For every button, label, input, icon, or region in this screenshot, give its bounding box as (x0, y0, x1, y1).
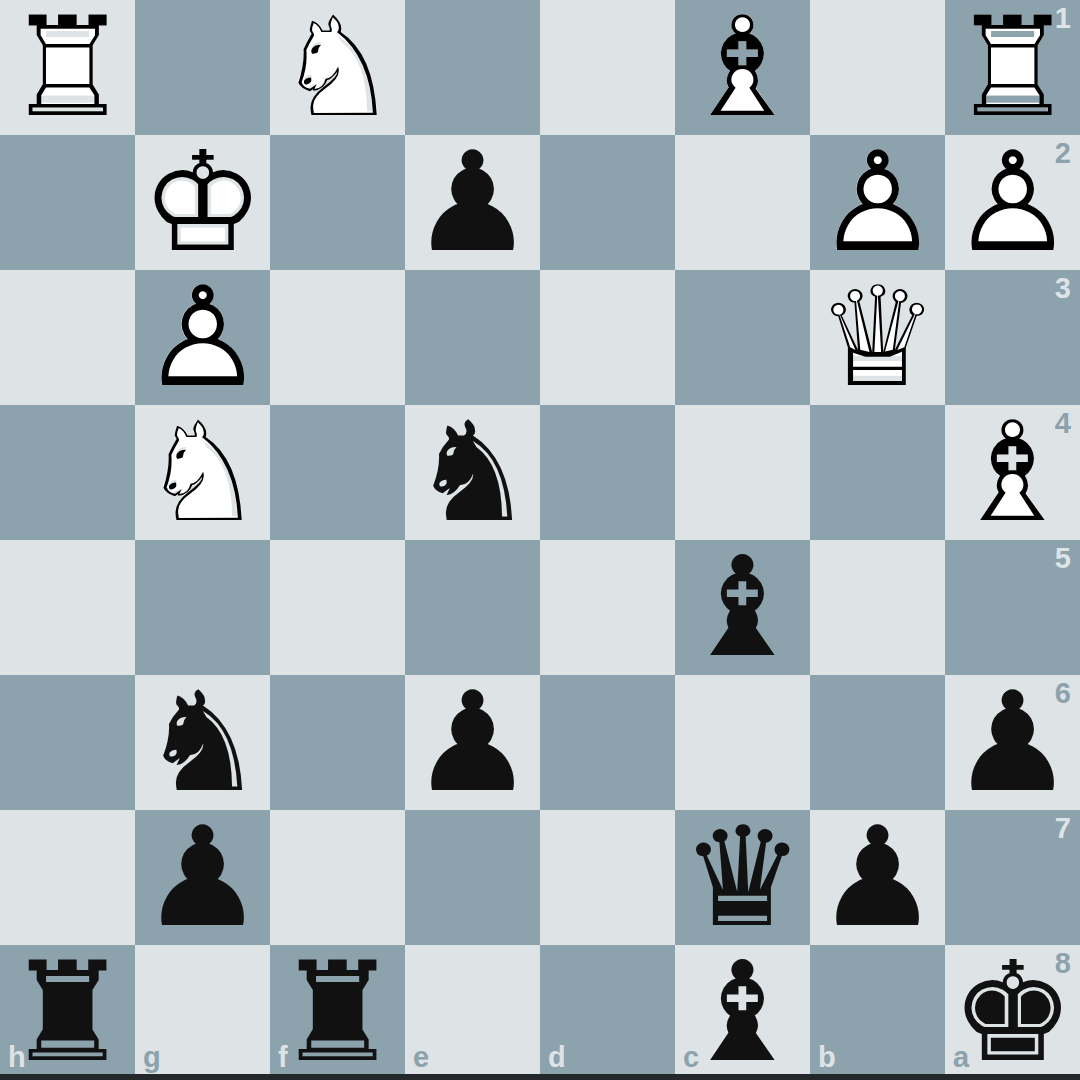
file-label-d: d (548, 1043, 566, 1072)
pawn-glyph-outline: ♙ (945, 135, 1080, 270)
square-d7[interactable] (540, 810, 675, 945)
square-a1[interactable]: ♜♖1 (945, 0, 1080, 135)
square-e8[interactable]: e (405, 945, 540, 1080)
piece-white-pawn-a2[interactable]: ♟♙ (945, 135, 1080, 270)
pawn-glyph: ♟ (405, 135, 540, 270)
square-f3[interactable] (270, 270, 405, 405)
square-b4[interactable] (810, 405, 945, 540)
pawn-glyph: ♟ (405, 675, 540, 810)
square-d5[interactable] (540, 540, 675, 675)
piece-black-queen-c7[interactable]: ♛ (675, 810, 810, 945)
square-e5[interactable] (405, 540, 540, 675)
square-g1[interactable] (135, 0, 270, 135)
square-h2[interactable] (0, 135, 135, 270)
knight-glyph-outline: ♘ (270, 0, 405, 135)
square-a8[interactable]: ♚a8 (945, 945, 1080, 1080)
square-b8[interactable]: b (810, 945, 945, 1080)
square-b1[interactable] (810, 0, 945, 135)
king-glyph-outline: ♔ (135, 135, 270, 270)
square-a2[interactable]: ♟♙2 (945, 135, 1080, 270)
square-a7[interactable]: 7 (945, 810, 1080, 945)
piece-black-pawn-g7[interactable]: ♟ (135, 810, 270, 945)
piece-black-knight-e4[interactable]: ♞ (405, 405, 540, 540)
square-g6[interactable]: ♞ (135, 675, 270, 810)
bishop-glyph: ♝ (675, 945, 810, 1080)
square-f7[interactable] (270, 810, 405, 945)
square-g2[interactable]: ♚♔ (135, 135, 270, 270)
piece-black-rook-h8[interactable]: ♜ (0, 945, 135, 1080)
square-h4[interactable] (0, 405, 135, 540)
piece-black-bishop-c8[interactable]: ♝ (675, 945, 810, 1080)
pawn-glyph-outline: ♙ (135, 270, 270, 405)
square-e3[interactable] (405, 270, 540, 405)
rook-glyph: ♜ (0, 945, 135, 1080)
square-f8[interactable]: ♜f (270, 945, 405, 1080)
square-f2[interactable] (270, 135, 405, 270)
square-h5[interactable] (0, 540, 135, 675)
square-f1[interactable]: ♞♘ (270, 0, 405, 135)
square-e6[interactable]: ♟ (405, 675, 540, 810)
knight-glyph: ♞ (405, 405, 540, 540)
square-b3[interactable]: ♛♕ (810, 270, 945, 405)
queen-glyph: ♛ (675, 810, 810, 945)
square-c6[interactable] (675, 675, 810, 810)
square-g7[interactable]: ♟ (135, 810, 270, 945)
square-c7[interactable]: ♛ (675, 810, 810, 945)
square-f4[interactable] (270, 405, 405, 540)
square-d6[interactable] (540, 675, 675, 810)
piece-white-bishop-a4[interactable]: ♝♗ (945, 405, 1080, 540)
piece-white-rook-h1[interactable]: ♜♖ (0, 0, 135, 135)
square-d8[interactable]: d (540, 945, 675, 1080)
square-h1[interactable]: ♜♖ (0, 0, 135, 135)
piece-black-knight-g6[interactable]: ♞ (135, 675, 270, 810)
king-glyph: ♚ (945, 945, 1080, 1080)
piece-black-pawn-a6[interactable]: ♟ (945, 675, 1080, 810)
square-h8[interactable]: ♜h (0, 945, 135, 1080)
queen-glyph-outline: ♕ (810, 270, 945, 405)
square-f5[interactable] (270, 540, 405, 675)
square-h7[interactable] (0, 810, 135, 945)
piece-white-pawn-b2[interactable]: ♟♙ (810, 135, 945, 270)
pawn-glyph: ♟ (135, 810, 270, 945)
piece-white-queen-b3[interactable]: ♛♕ (810, 270, 945, 405)
square-c8[interactable]: ♝c (675, 945, 810, 1080)
square-h3[interactable] (0, 270, 135, 405)
rook-glyph: ♜ (270, 945, 405, 1080)
piece-black-pawn-e6[interactable]: ♟ (405, 675, 540, 810)
piece-white-king-g2[interactable]: ♚♔ (135, 135, 270, 270)
rook-glyph-outline: ♖ (0, 0, 135, 135)
square-h6[interactable] (0, 675, 135, 810)
square-e4[interactable]: ♞ (405, 405, 540, 540)
square-c2[interactable] (675, 135, 810, 270)
square-c3[interactable] (675, 270, 810, 405)
square-b7[interactable]: ♟ (810, 810, 945, 945)
piece-white-pawn-g3[interactable]: ♟♙ (135, 270, 270, 405)
bishop-glyph: ♝ (675, 540, 810, 675)
square-a6[interactable]: ♟6 (945, 675, 1080, 810)
square-d2[interactable] (540, 135, 675, 270)
rank-label-7: 7 (1055, 814, 1071, 843)
piece-black-bishop-c5[interactable]: ♝ (675, 540, 810, 675)
piece-white-knight-f1[interactable]: ♞♘ (270, 0, 405, 135)
pawn-glyph: ♟ (945, 675, 1080, 810)
square-g4[interactable]: ♞♘ (135, 405, 270, 540)
bishop-glyph-outline: ♗ (675, 0, 810, 135)
piece-black-rook-f8[interactable]: ♜ (270, 945, 405, 1080)
piece-white-bishop-c1[interactable]: ♝♗ (675, 0, 810, 135)
chess-board: ♜♖♞♘♝♗♜♖1♚♔♟♟♙♟♙2♟♙♛♕3♞♘♞♝♗4♝5♞♟♟6♟♛♟7♜h… (0, 0, 1080, 1080)
square-c1[interactable]: ♝♗ (675, 0, 810, 135)
square-b2[interactable]: ♟♙ (810, 135, 945, 270)
square-c4[interactable] (675, 405, 810, 540)
file-label-e: e (413, 1043, 429, 1072)
square-a3[interactable]: 3 (945, 270, 1080, 405)
square-c5[interactable]: ♝ (675, 540, 810, 675)
piece-white-rook-a1[interactable]: ♜♖ (945, 0, 1080, 135)
square-a4[interactable]: ♝♗4 (945, 405, 1080, 540)
piece-black-king-a8[interactable]: ♚ (945, 945, 1080, 1080)
knight-glyph-outline: ♘ (135, 405, 270, 540)
square-g8[interactable]: g (135, 945, 270, 1080)
rook-glyph-outline: ♖ (945, 0, 1080, 135)
bottom-edge-bar (0, 1074, 1080, 1080)
file-label-b: b (818, 1043, 836, 1072)
square-e1[interactable] (405, 0, 540, 135)
square-f6[interactable] (270, 675, 405, 810)
piece-black-pawn-b7[interactable]: ♟ (810, 810, 945, 945)
pawn-glyph-outline: ♙ (810, 135, 945, 270)
square-g5[interactable] (135, 540, 270, 675)
square-g3[interactable]: ♟♙ (135, 270, 270, 405)
rank-label-5: 5 (1055, 544, 1071, 573)
file-label-g: g (143, 1043, 161, 1072)
bishop-glyph-outline: ♗ (945, 405, 1080, 540)
square-a5[interactable]: 5 (945, 540, 1080, 675)
square-d4[interactable] (540, 405, 675, 540)
pawn-glyph: ♟ (810, 810, 945, 945)
square-d1[interactable] (540, 0, 675, 135)
rank-label-3: 3 (1055, 274, 1071, 303)
piece-black-pawn-e2[interactable]: ♟ (405, 135, 540, 270)
square-e7[interactable] (405, 810, 540, 945)
square-b6[interactable] (810, 675, 945, 810)
piece-white-knight-g4[interactable]: ♞♘ (135, 405, 270, 540)
knight-glyph: ♞ (135, 675, 270, 810)
square-e2[interactable]: ♟ (405, 135, 540, 270)
square-d3[interactable] (540, 270, 675, 405)
square-b5[interactable] (810, 540, 945, 675)
